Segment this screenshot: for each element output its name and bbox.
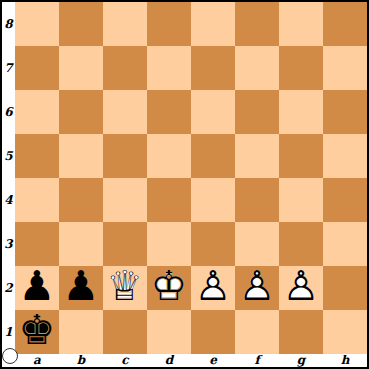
- square-g1[interactable]: [279, 310, 323, 354]
- square-e7[interactable]: [191, 46, 235, 90]
- black-pawn[interactable]: ♟: [59, 266, 103, 310]
- file-label-c: c: [103, 354, 147, 367]
- rank-label-7: 7: [2, 46, 15, 90]
- white-pawn[interactable]: ♟♙: [191, 266, 235, 310]
- black-pawn[interactable]: ♟: [15, 266, 59, 310]
- square-b8[interactable]: [59, 2, 103, 46]
- square-a4[interactable]: [15, 178, 59, 222]
- white-king[interactable]: ♚♔: [147, 266, 191, 310]
- file-label-a: a: [15, 354, 59, 367]
- square-d6[interactable]: [147, 90, 191, 134]
- square-d5[interactable]: [147, 134, 191, 178]
- square-f4[interactable]: [235, 178, 279, 222]
- square-e8[interactable]: [191, 2, 235, 46]
- square-e1[interactable]: [191, 310, 235, 354]
- square-h4[interactable]: [323, 178, 367, 222]
- square-c1[interactable]: [103, 310, 147, 354]
- square-f5[interactable]: [235, 134, 279, 178]
- square-f7[interactable]: [235, 46, 279, 90]
- square-d4[interactable]: [147, 178, 191, 222]
- square-h3[interactable]: [323, 222, 367, 266]
- square-h5[interactable]: [323, 134, 367, 178]
- white-to-move-indicator: [2, 348, 18, 364]
- square-d2[interactable]: ♚♔: [147, 266, 191, 310]
- square-b7[interactable]: [59, 46, 103, 90]
- square-c6[interactable]: [103, 90, 147, 134]
- square-a2[interactable]: ♟: [15, 266, 59, 310]
- square-a5[interactable]: [15, 134, 59, 178]
- rank-label-3: 3: [2, 222, 15, 266]
- square-b3[interactable]: [59, 222, 103, 266]
- piece-fill-layer: ♟: [283, 266, 320, 307]
- square-c3[interactable]: [103, 222, 147, 266]
- square-f6[interactable]: [235, 90, 279, 134]
- square-b2[interactable]: ♟: [59, 266, 103, 310]
- file-label-h: h: [323, 354, 367, 367]
- white-pawn[interactable]: ♟♙: [279, 266, 323, 310]
- piece-glyph: ♚: [19, 310, 56, 351]
- square-f3[interactable]: [235, 222, 279, 266]
- rank-label-8: 8: [2, 2, 15, 46]
- file-label-d: d: [147, 354, 191, 367]
- square-b5[interactable]: [59, 134, 103, 178]
- square-b6[interactable]: [59, 90, 103, 134]
- piece-glyph: ♟: [19, 266, 56, 307]
- square-e2[interactable]: ♟♙: [191, 266, 235, 310]
- square-f8[interactable]: [235, 2, 279, 46]
- square-c5[interactable]: [103, 134, 147, 178]
- square-c2[interactable]: ♛♕: [103, 266, 147, 310]
- square-a3[interactable]: [15, 222, 59, 266]
- square-h6[interactable]: [323, 90, 367, 134]
- square-g2[interactable]: ♟♙: [279, 266, 323, 310]
- square-a8[interactable]: [15, 2, 59, 46]
- white-pawn[interactable]: ♟♙: [235, 266, 279, 310]
- piece-glyph: ♟: [63, 266, 100, 307]
- rank-label-2: 2: [2, 266, 15, 310]
- square-e6[interactable]: [191, 90, 235, 134]
- file-label-f: f: [235, 354, 279, 367]
- chess-board: ♟♟♛♕♚♔♟♙♟♙♟♙♚: [15, 2, 367, 354]
- rank-label-6: 6: [2, 90, 15, 134]
- rank-label-4: 4: [2, 178, 15, 222]
- piece-glyph: ♙: [283, 266, 320, 307]
- chess-diagram: ♟♟♛♕♚♔♟♙♟♙♟♙♚ 87654321 abcdefgh: [0, 0, 369, 369]
- square-g3[interactable]: [279, 222, 323, 266]
- square-g4[interactable]: [279, 178, 323, 222]
- square-e3[interactable]: [191, 222, 235, 266]
- square-h1[interactable]: [323, 310, 367, 354]
- square-c4[interactable]: [103, 178, 147, 222]
- square-g5[interactable]: [279, 134, 323, 178]
- square-h7[interactable]: [323, 46, 367, 90]
- square-e5[interactable]: [191, 134, 235, 178]
- piece-glyph: ♙: [239, 266, 276, 307]
- square-d8[interactable]: [147, 2, 191, 46]
- square-b1[interactable]: [59, 310, 103, 354]
- black-king[interactable]: ♚: [15, 310, 59, 354]
- square-f1[interactable]: [235, 310, 279, 354]
- piece-glyph: ♔: [151, 266, 188, 307]
- file-label-b: b: [59, 354, 103, 367]
- square-h8[interactable]: [323, 2, 367, 46]
- piece-glyph: ♙: [195, 266, 232, 307]
- square-c8[interactable]: [103, 2, 147, 46]
- square-d7[interactable]: [147, 46, 191, 90]
- square-a6[interactable]: [15, 90, 59, 134]
- piece-fill-layer: ♛: [107, 266, 144, 307]
- square-f2[interactable]: ♟♙: [235, 266, 279, 310]
- square-g7[interactable]: [279, 46, 323, 90]
- square-a7[interactable]: [15, 46, 59, 90]
- square-g8[interactable]: [279, 2, 323, 46]
- square-d1[interactable]: [147, 310, 191, 354]
- square-h2[interactable]: [323, 266, 367, 310]
- square-b4[interactable]: [59, 178, 103, 222]
- piece-glyph: ♕: [107, 266, 144, 307]
- file-label-g: g: [279, 354, 323, 367]
- piece-fill-layer: ♟: [195, 266, 232, 307]
- file-label-e: e: [191, 354, 235, 367]
- square-d3[interactable]: [147, 222, 191, 266]
- board-frame: ♟♟♛♕♚♔♟♙♟♙♟♙♚ 87654321 abcdefgh: [2, 2, 367, 367]
- square-a1[interactable]: ♚: [15, 310, 59, 354]
- piece-fill-layer: ♚: [151, 266, 188, 307]
- rank-label-5: 5: [2, 134, 15, 178]
- white-queen[interactable]: ♛♕: [103, 266, 147, 310]
- square-g6[interactable]: [279, 90, 323, 134]
- piece-fill-layer: ♟: [239, 266, 276, 307]
- square-c7[interactable]: [103, 46, 147, 90]
- square-e4[interactable]: [191, 178, 235, 222]
